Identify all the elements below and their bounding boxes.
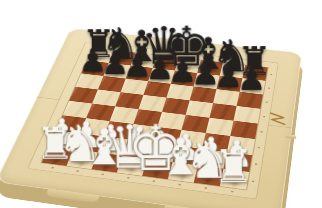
white-rook-glyph: ♜	[213, 146, 253, 189]
product-photo-scene: ♜♞♝♛♚♝♞♜♟♟♟♟♟♟♟♟♟♟♟♟♟♟♟♟♜♞♝♛♚♝♞♜	[0, 0, 322, 208]
white-rook[interactable]: ♜	[220, 169, 249, 190]
chess-set: ♜♞♝♛♚♝♞♜♟♟♟♟♟♟♟♟♟♟♟♟♟♟♟♟♜♞♝♛♚♝♞♜	[28, 42, 278, 199]
